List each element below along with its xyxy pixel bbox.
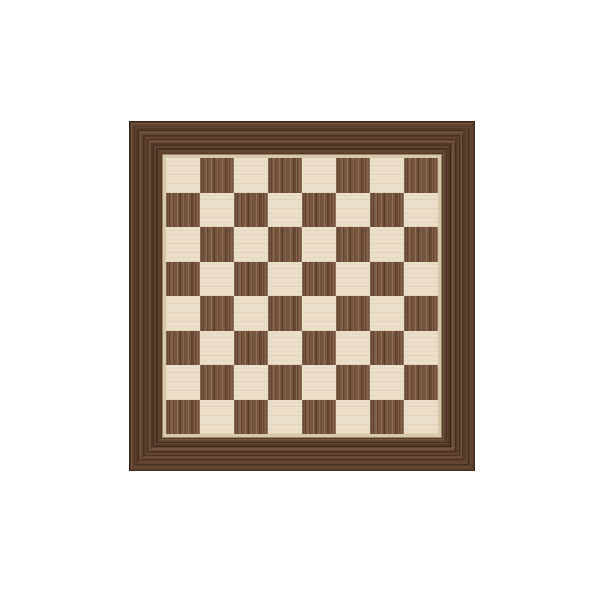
square-c3 bbox=[234, 331, 268, 366]
square-e2 bbox=[302, 365, 336, 400]
square-d4 bbox=[268, 296, 302, 331]
square-h8 bbox=[404, 158, 438, 193]
square-d3 bbox=[268, 331, 302, 366]
square-a5 bbox=[166, 262, 200, 297]
square-c6 bbox=[234, 227, 268, 262]
square-g4 bbox=[370, 296, 404, 331]
square-e6 bbox=[302, 227, 336, 262]
square-g6 bbox=[370, 227, 404, 262]
square-b5 bbox=[200, 262, 234, 297]
square-h3 bbox=[404, 331, 438, 366]
square-b2 bbox=[200, 365, 234, 400]
square-d2 bbox=[268, 365, 302, 400]
square-h6 bbox=[404, 227, 438, 262]
square-a1 bbox=[166, 400, 200, 435]
chess-board bbox=[129, 121, 475, 471]
square-d5 bbox=[268, 262, 302, 297]
square-h4 bbox=[404, 296, 438, 331]
square-f1 bbox=[336, 400, 370, 435]
square-c7 bbox=[234, 193, 268, 228]
squares-grid bbox=[166, 158, 438, 434]
square-f7 bbox=[336, 193, 370, 228]
square-e7 bbox=[302, 193, 336, 228]
square-f3 bbox=[336, 331, 370, 366]
square-c2 bbox=[234, 365, 268, 400]
square-f6 bbox=[336, 227, 370, 262]
square-e3 bbox=[302, 331, 336, 366]
square-d6 bbox=[268, 227, 302, 262]
square-f5 bbox=[336, 262, 370, 297]
square-g8 bbox=[370, 158, 404, 193]
square-a2 bbox=[166, 365, 200, 400]
square-h5 bbox=[404, 262, 438, 297]
square-e8 bbox=[302, 158, 336, 193]
frame-rail-top bbox=[129, 121, 475, 156]
square-b3 bbox=[200, 331, 234, 366]
square-a7 bbox=[166, 193, 200, 228]
square-d8 bbox=[268, 158, 302, 193]
square-f2 bbox=[336, 365, 370, 400]
square-f8 bbox=[336, 158, 370, 193]
square-b6 bbox=[200, 227, 234, 262]
square-e4 bbox=[302, 296, 336, 331]
square-g1 bbox=[370, 400, 404, 435]
square-g2 bbox=[370, 365, 404, 400]
square-c4 bbox=[234, 296, 268, 331]
square-g3 bbox=[370, 331, 404, 366]
square-b8 bbox=[200, 158, 234, 193]
square-a8 bbox=[166, 158, 200, 193]
square-h7 bbox=[404, 193, 438, 228]
square-g5 bbox=[370, 262, 404, 297]
product-photo-background bbox=[0, 0, 600, 600]
square-e1 bbox=[302, 400, 336, 435]
square-b7 bbox=[200, 193, 234, 228]
square-c1 bbox=[234, 400, 268, 435]
square-d7 bbox=[268, 193, 302, 228]
square-b4 bbox=[200, 296, 234, 331]
square-f4 bbox=[336, 296, 370, 331]
square-b1 bbox=[200, 400, 234, 435]
square-a6 bbox=[166, 227, 200, 262]
square-a4 bbox=[166, 296, 200, 331]
square-d1 bbox=[268, 400, 302, 435]
frame-rail-left bbox=[129, 121, 163, 471]
square-h2 bbox=[404, 365, 438, 400]
frame-rail-bottom bbox=[129, 437, 475, 471]
frame-rail-right bbox=[441, 121, 475, 471]
square-e5 bbox=[302, 262, 336, 297]
square-h1 bbox=[404, 400, 438, 435]
square-a3 bbox=[166, 331, 200, 366]
square-c5 bbox=[234, 262, 268, 297]
square-g7 bbox=[370, 193, 404, 228]
square-c8 bbox=[234, 158, 268, 193]
